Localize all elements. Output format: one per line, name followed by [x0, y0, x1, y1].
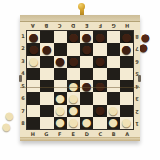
square-f3[interactable]: ●: [54, 56, 67, 68]
square-h1[interactable]: ●: [27, 31, 40, 43]
square-h7[interactable]: [27, 105, 40, 117]
light-piece[interactable]: ●: [82, 117, 92, 128]
dark-piece[interactable]: ●: [42, 44, 52, 55]
light-piece[interactable]: ●: [69, 105, 79, 116]
square-b7[interactable]: ●: [107, 105, 120, 117]
square-f7[interactable]: ●: [54, 105, 67, 117]
dark-piece[interactable]: ●: [95, 105, 105, 116]
file-label: A: [26, 22, 40, 30]
board-front-edge: [20, 137, 140, 141]
dark-piece[interactable]: ●: [95, 32, 105, 43]
square-b2[interactable]: [107, 43, 120, 55]
dark-piece[interactable]: ●: [122, 32, 132, 43]
square-a4[interactable]: [120, 68, 133, 80]
square-f4[interactable]: [54, 68, 67, 80]
rank-label: 8: [134, 30, 140, 43]
square-d8[interactable]: ●: [80, 117, 93, 129]
square-g4[interactable]: [40, 68, 53, 80]
square-g1[interactable]: [40, 31, 53, 43]
square-a2[interactable]: ●: [120, 43, 133, 55]
playing-field: ●●●●●●●●●●●●●●●●●●●●●●●●●●●: [26, 30, 134, 130]
square-d6[interactable]: [80, 92, 93, 104]
offboard-light-piece-1[interactable]: ●: [5, 111, 14, 121]
file-label: G: [107, 22, 121, 30]
square-d4[interactable]: [80, 68, 93, 80]
square-a8[interactable]: ●: [120, 117, 133, 129]
square-d7[interactable]: [80, 105, 93, 117]
rank-label: 3: [134, 93, 140, 106]
hinge-seam: [20, 87, 140, 88]
dark-piece[interactable]: ●: [122, 44, 132, 55]
square-a7[interactable]: [120, 105, 133, 117]
dark-piece[interactable]: ●: [95, 56, 105, 67]
rank-label: 1: [134, 118, 140, 131]
square-g2[interactable]: ●: [40, 43, 53, 55]
square-a6[interactable]: [120, 92, 133, 104]
dark-piece[interactable]: ●: [69, 32, 79, 43]
square-d3[interactable]: [80, 56, 93, 68]
dark-piece[interactable]: ●: [69, 56, 79, 67]
dark-piece[interactable]: ●: [55, 56, 65, 67]
square-a3[interactable]: [120, 56, 133, 68]
rank-label: 7: [134, 43, 140, 56]
square-c8[interactable]: [93, 117, 106, 129]
dark-piece[interactable]: ●: [82, 44, 92, 55]
square-e3[interactable]: ●: [67, 56, 80, 68]
square-d2[interactable]: ●: [80, 43, 93, 55]
square-e4[interactable]: [67, 68, 80, 80]
light-piece[interactable]: ●: [55, 93, 65, 104]
square-g7[interactable]: [40, 105, 53, 117]
square-b4[interactable]: [107, 68, 120, 80]
light-piece[interactable]: ●: [122, 117, 132, 128]
square-g6[interactable]: [40, 92, 53, 104]
square-f2[interactable]: [54, 43, 67, 55]
photo-scene: HGFEDCBA HGFEDCBA 12345678 12345678 ●●●●…: [0, 0, 160, 160]
board-top-edge: [20, 15, 140, 22]
file-label: H: [121, 22, 135, 30]
square-h6[interactable]: [27, 92, 40, 104]
square-g8[interactable]: [40, 117, 53, 129]
square-h2[interactable]: ●: [27, 43, 40, 55]
square-b1[interactable]: [107, 31, 120, 43]
square-c4[interactable]: [93, 68, 106, 80]
square-d1[interactable]: ●: [80, 31, 93, 43]
square-f1[interactable]: [54, 31, 67, 43]
square-h8[interactable]: [27, 117, 40, 129]
square-b3[interactable]: [107, 56, 120, 68]
square-c1[interactable]: ●: [93, 31, 106, 43]
light-piece[interactable]: ●: [108, 105, 118, 116]
light-piece[interactable]: ●: [55, 117, 65, 128]
dark-piece[interactable]: ●: [29, 44, 39, 55]
square-c7[interactable]: ●: [93, 105, 106, 117]
hinge-right: [138, 75, 141, 82]
dark-piece[interactable]: ●: [82, 32, 92, 43]
rank-label: 2: [134, 105, 140, 118]
light-piece[interactable]: ●: [69, 93, 79, 104]
light-piece[interactable]: ●: [29, 56, 39, 67]
square-e7[interactable]: ●: [67, 105, 80, 117]
file-label: F: [94, 22, 108, 30]
light-piece[interactable]: ●: [55, 105, 65, 116]
square-e6[interactable]: ●: [67, 92, 80, 104]
dark-piece[interactable]: ●: [29, 32, 39, 43]
square-b8[interactable]: ●: [107, 117, 120, 129]
square-c3[interactable]: ●: [93, 56, 106, 68]
file-label: C: [53, 22, 67, 30]
light-piece[interactable]: ●: [108, 117, 118, 128]
board-face: HGFEDCBA HGFEDCBA 12345678 12345678 ●●●●…: [20, 22, 140, 137]
chess-board: HGFEDCBA HGFEDCBA 12345678 12345678 ●●●●…: [20, 15, 140, 141]
file-label: E: [80, 22, 94, 30]
square-f6[interactable]: ●: [54, 92, 67, 104]
file-label: B: [40, 22, 54, 30]
square-b6[interactable]: [107, 92, 120, 104]
square-g3[interactable]: [40, 56, 53, 68]
square-f8[interactable]: ●: [54, 117, 67, 129]
square-c6[interactable]: [93, 92, 106, 104]
square-h4[interactable]: [27, 68, 40, 80]
square-c2[interactable]: [93, 43, 106, 55]
light-piece[interactable]: ●: [69, 117, 79, 128]
square-e8[interactable]: ●: [67, 117, 80, 129]
offboard-light-piece-2[interactable]: ●: [2, 122, 11, 132]
file-label: D: [67, 22, 81, 30]
square-e2[interactable]: [67, 43, 80, 55]
square-e1[interactable]: ●: [67, 31, 80, 43]
square-a1[interactable]: ●: [120, 31, 133, 43]
file-labels-top: HGFEDCBA: [26, 22, 134, 30]
rank-label: 6: [134, 55, 140, 68]
hinge-left: [19, 75, 22, 82]
square-h3[interactable]: ●: [27, 56, 40, 68]
offboard-dark-piece-2[interactable]: ●: [139, 43, 148, 53]
